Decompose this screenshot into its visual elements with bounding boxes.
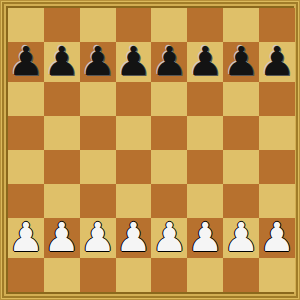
board-frame-outer: ♟♟♟♟♟♟♟♟♟♟♟♟♟♟♟♟ xyxy=(0,0,300,300)
square-b3[interactable] xyxy=(44,184,80,218)
square-c5[interactable] xyxy=(80,116,116,150)
square-b7[interactable]: ♟ xyxy=(44,42,80,82)
black-pawn[interactable]: ♟ xyxy=(8,41,44,81)
square-h7[interactable]: ♟ xyxy=(259,42,295,82)
square-d7[interactable]: ♟ xyxy=(116,42,152,82)
black-pawn[interactable]: ♟ xyxy=(151,41,187,81)
square-f5[interactable] xyxy=(187,116,223,150)
square-f6[interactable] xyxy=(187,82,223,116)
square-b4[interactable] xyxy=(44,150,80,184)
square-g5[interactable] xyxy=(223,116,259,150)
square-e1[interactable] xyxy=(151,258,187,292)
square-a6[interactable] xyxy=(8,82,44,116)
white-pawn[interactable]: ♟ xyxy=(151,217,187,257)
board-frame-stripe-4: ♟♟♟♟♟♟♟♟♟♟♟♟♟♟♟♟ xyxy=(4,4,296,296)
square-e8[interactable] xyxy=(151,8,187,42)
square-g2[interactable]: ♟ xyxy=(223,218,259,258)
square-a4[interactable] xyxy=(8,150,44,184)
square-d8[interactable] xyxy=(116,8,152,42)
square-f7[interactable]: ♟ xyxy=(187,42,223,82)
square-h1[interactable] xyxy=(259,258,295,292)
black-pawn[interactable]: ♟ xyxy=(223,41,259,81)
square-e3[interactable] xyxy=(151,184,187,218)
square-b2[interactable]: ♟ xyxy=(44,218,80,258)
black-pawn[interactable]: ♟ xyxy=(80,41,116,81)
square-d4[interactable] xyxy=(116,150,152,184)
square-h4[interactable] xyxy=(259,150,295,184)
square-f8[interactable] xyxy=(187,8,223,42)
square-c4[interactable] xyxy=(80,150,116,184)
square-c3[interactable] xyxy=(80,184,116,218)
square-a2[interactable]: ♟ xyxy=(8,218,44,258)
square-g1[interactable] xyxy=(223,258,259,292)
black-pawn[interactable]: ♟ xyxy=(187,41,223,81)
square-d5[interactable] xyxy=(116,116,152,150)
square-a5[interactable] xyxy=(8,116,44,150)
square-b8[interactable] xyxy=(44,8,80,42)
square-d1[interactable] xyxy=(116,258,152,292)
square-h8[interactable] xyxy=(259,8,295,42)
square-h5[interactable] xyxy=(259,116,295,150)
square-a1[interactable] xyxy=(8,258,44,292)
square-a8[interactable] xyxy=(8,8,44,42)
black-pawn[interactable]: ♟ xyxy=(116,41,152,81)
white-pawn[interactable]: ♟ xyxy=(187,217,223,257)
square-g6[interactable] xyxy=(223,82,259,116)
square-c1[interactable] xyxy=(80,258,116,292)
chess-board: ♟♟♟♟♟♟♟♟♟♟♟♟♟♟♟♟ xyxy=(8,8,292,292)
black-pawn[interactable]: ♟ xyxy=(44,41,80,81)
board-frame-stripe-2: ♟♟♟♟♟♟♟♟♟♟♟♟♟♟♟♟ xyxy=(1,1,299,299)
white-pawn[interactable]: ♟ xyxy=(116,217,152,257)
black-pawn[interactable]: ♟ xyxy=(259,41,295,81)
square-e4[interactable] xyxy=(151,150,187,184)
square-h2[interactable]: ♟ xyxy=(259,218,295,258)
square-c2[interactable]: ♟ xyxy=(80,218,116,258)
square-a7[interactable]: ♟ xyxy=(8,42,44,82)
white-pawn[interactable]: ♟ xyxy=(44,217,80,257)
square-c8[interactable] xyxy=(80,8,116,42)
square-c6[interactable] xyxy=(80,82,116,116)
square-b1[interactable] xyxy=(44,258,80,292)
square-d2[interactable]: ♟ xyxy=(116,218,152,258)
white-pawn[interactable]: ♟ xyxy=(8,217,44,257)
square-f3[interactable] xyxy=(187,184,223,218)
white-pawn[interactable]: ♟ xyxy=(223,217,259,257)
square-f1[interactable] xyxy=(187,258,223,292)
square-h6[interactable] xyxy=(259,82,295,116)
square-e2[interactable]: ♟ xyxy=(151,218,187,258)
board-frame-inner: ♟♟♟♟♟♟♟♟♟♟♟♟♟♟♟♟ xyxy=(6,6,294,294)
square-c7[interactable]: ♟ xyxy=(80,42,116,82)
square-b5[interactable] xyxy=(44,116,80,150)
square-g4[interactable] xyxy=(223,150,259,184)
square-h3[interactable] xyxy=(259,184,295,218)
square-d6[interactable] xyxy=(116,82,152,116)
square-b6[interactable] xyxy=(44,82,80,116)
square-e7[interactable]: ♟ xyxy=(151,42,187,82)
square-d3[interactable] xyxy=(116,184,152,218)
square-g7[interactable]: ♟ xyxy=(223,42,259,82)
white-pawn[interactable]: ♟ xyxy=(80,217,116,257)
board-frame-stripe-3: ♟♟♟♟♟♟♟♟♟♟♟♟♟♟♟♟ xyxy=(2,2,298,298)
square-g3[interactable] xyxy=(223,184,259,218)
square-a3[interactable] xyxy=(8,184,44,218)
square-e5[interactable] xyxy=(151,116,187,150)
white-pawn[interactable]: ♟ xyxy=(259,217,295,257)
square-f2[interactable]: ♟ xyxy=(187,218,223,258)
square-f4[interactable] xyxy=(187,150,223,184)
square-e6[interactable] xyxy=(151,82,187,116)
square-g8[interactable] xyxy=(223,8,259,42)
